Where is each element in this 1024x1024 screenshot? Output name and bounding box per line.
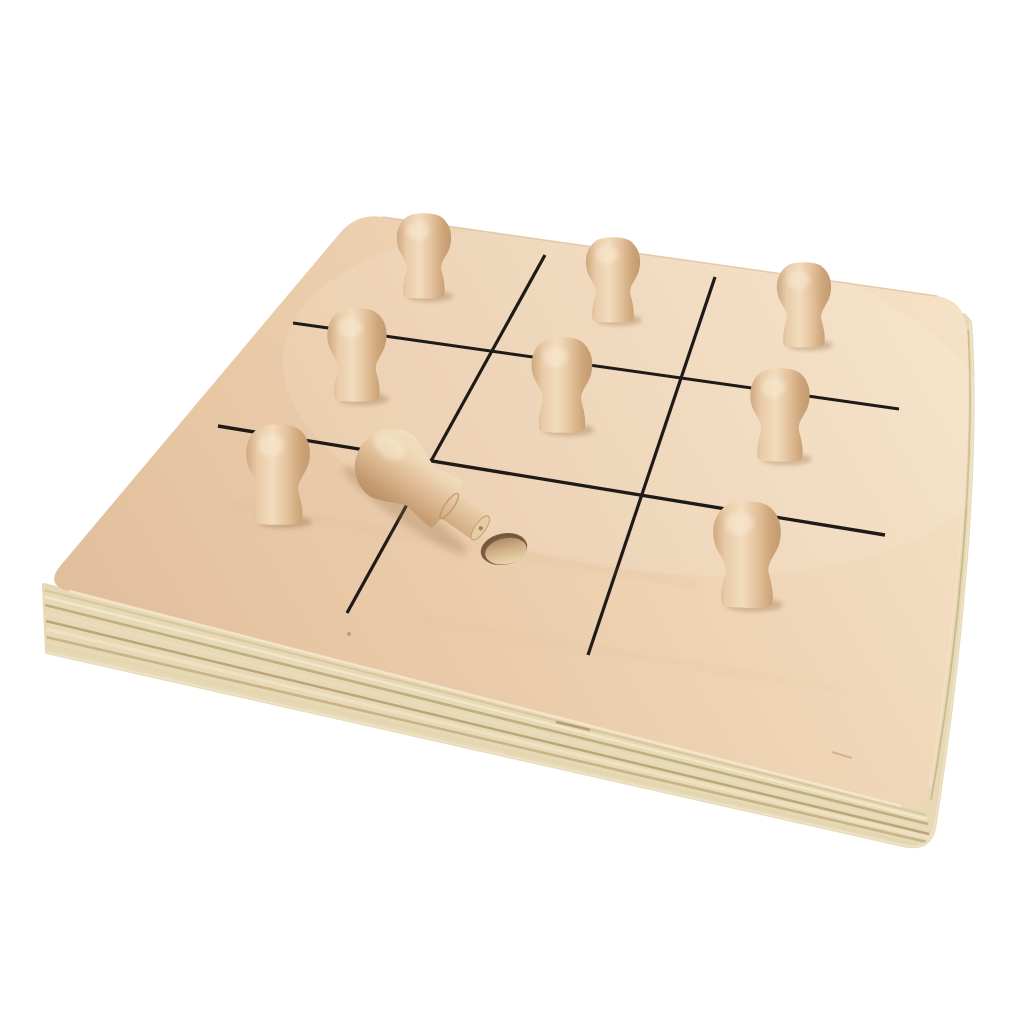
peg-front-right[interactable] — [713, 501, 783, 611]
peg-middle-right[interactable] — [750, 368, 811, 465]
peg-back-right[interactable] — [777, 262, 833, 351]
product-photo — [0, 0, 1024, 1024]
peg-front-left[interactable] — [246, 424, 312, 528]
peg-middle-center[interactable] — [532, 337, 595, 436]
peg-back-left[interactable] — [397, 213, 453, 302]
peg-back-center[interactable] — [586, 237, 642, 326]
tictactoe-board-photo — [0, 0, 1024, 1024]
peg-middle-left[interactable] — [327, 308, 388, 405]
